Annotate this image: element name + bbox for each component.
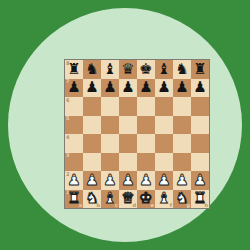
piece-white-pawn[interactable]: ♟ xyxy=(193,172,206,187)
chess-board: 8♜♞♝♛♚♝♞♜7♟♟♟♟♟♟♟♟65432♟♟♟♟♟♟♟♟1a♜b♞c♝d♛… xyxy=(64,59,210,209)
square-b2[interactable]: ♟ xyxy=(83,171,101,190)
square-g5[interactable] xyxy=(173,116,191,135)
square-d2[interactable]: ♟ xyxy=(119,171,137,190)
square-f2[interactable]: ♟ xyxy=(155,171,173,190)
piece-black-pawn[interactable]: ♟ xyxy=(175,80,188,95)
piece-white-knight[interactable]: ♞ xyxy=(175,191,188,206)
piece-black-knight[interactable]: ♞ xyxy=(85,61,98,76)
square-c6[interactable] xyxy=(101,97,119,116)
piece-black-bishop[interactable]: ♝ xyxy=(103,61,116,76)
square-g1[interactable]: g♞ xyxy=(173,190,191,209)
square-f5[interactable] xyxy=(155,116,173,135)
piece-white-rook[interactable]: ♜ xyxy=(67,191,80,206)
piece-white-bishop[interactable]: ♝ xyxy=(157,191,170,206)
piece-white-pawn[interactable]: ♟ xyxy=(121,172,134,187)
piece-black-pawn[interactable]: ♟ xyxy=(85,80,98,95)
piece-black-bishop[interactable]: ♝ xyxy=(157,61,170,76)
square-h1[interactable]: h♜ xyxy=(191,190,209,209)
square-e3[interactable] xyxy=(137,153,155,172)
piece-black-pawn[interactable]: ♟ xyxy=(157,80,170,95)
background-circle: 8♜♞♝♛♚♝♞♜7♟♟♟♟♟♟♟♟65432♟♟♟♟♟♟♟♟1a♜b♞c♝d♛… xyxy=(8,8,242,242)
square-a7[interactable]: 7♟ xyxy=(65,79,83,98)
square-h7[interactable]: ♟ xyxy=(191,79,209,98)
piece-white-queen[interactable]: ♛ xyxy=(121,191,134,206)
square-d8[interactable]: ♛ xyxy=(119,60,137,79)
square-e1[interactable]: e♚ xyxy=(137,190,155,209)
square-h8[interactable]: ♜ xyxy=(191,60,209,79)
piece-black-queen[interactable]: ♛ xyxy=(121,61,134,76)
square-h4[interactable] xyxy=(191,134,209,153)
square-a1[interactable]: 1a♜ xyxy=(65,190,83,209)
piece-black-rook[interactable]: ♜ xyxy=(67,61,80,76)
square-g2[interactable]: ♟ xyxy=(173,171,191,190)
square-d3[interactable] xyxy=(119,153,137,172)
square-h3[interactable] xyxy=(191,153,209,172)
square-a8[interactable]: 8♜ xyxy=(65,60,83,79)
square-h2[interactable]: ♟ xyxy=(191,171,209,190)
square-e4[interactable] xyxy=(137,134,155,153)
rank-label-4: 4 xyxy=(66,135,69,140)
square-c4[interactable] xyxy=(101,134,119,153)
square-a2[interactable]: 2♟ xyxy=(65,171,83,190)
square-c8[interactable]: ♝ xyxy=(101,60,119,79)
piece-white-pawn[interactable]: ♟ xyxy=(103,172,116,187)
square-d4[interactable] xyxy=(119,134,137,153)
square-c7[interactable]: ♟ xyxy=(101,79,119,98)
square-g4[interactable] xyxy=(173,134,191,153)
piece-white-knight[interactable]: ♞ xyxy=(85,191,98,206)
square-d7[interactable]: ♟ xyxy=(119,79,137,98)
square-e7[interactable]: ♟ xyxy=(137,79,155,98)
square-f7[interactable]: ♟ xyxy=(155,79,173,98)
square-c3[interactable] xyxy=(101,153,119,172)
piece-black-pawn[interactable]: ♟ xyxy=(193,80,206,95)
piece-black-knight[interactable]: ♞ xyxy=(175,61,188,76)
square-c1[interactable]: c♝ xyxy=(101,190,119,209)
square-f8[interactable]: ♝ xyxy=(155,60,173,79)
piece-white-pawn[interactable]: ♟ xyxy=(85,172,98,187)
square-d1[interactable]: d♛ xyxy=(119,190,137,209)
square-b6[interactable] xyxy=(83,97,101,116)
piece-black-rook[interactable]: ♜ xyxy=(193,61,206,76)
square-g7[interactable]: ♟ xyxy=(173,79,191,98)
piece-black-pawn[interactable]: ♟ xyxy=(103,80,116,95)
square-g8[interactable]: ♞ xyxy=(173,60,191,79)
square-b4[interactable] xyxy=(83,134,101,153)
square-b7[interactable]: ♟ xyxy=(83,79,101,98)
square-e5[interactable] xyxy=(137,116,155,135)
square-a3[interactable]: 3 xyxy=(65,153,83,172)
page-background: 8♜♞♝♛♚♝♞♜7♟♟♟♟♟♟♟♟65432♟♟♟♟♟♟♟♟1a♜b♞c♝d♛… xyxy=(0,0,250,250)
square-c5[interactable] xyxy=(101,116,119,135)
piece-black-pawn[interactable]: ♟ xyxy=(139,80,152,95)
piece-black-king[interactable]: ♚ xyxy=(139,61,152,76)
rank-label-3: 3 xyxy=(66,153,69,158)
square-g3[interactable] xyxy=(173,153,191,172)
square-a5[interactable]: 5 xyxy=(65,116,83,135)
piece-white-pawn[interactable]: ♟ xyxy=(175,172,188,187)
square-e2[interactable]: ♟ xyxy=(137,171,155,190)
piece-white-king[interactable]: ♚ xyxy=(139,191,152,206)
square-f4[interactable] xyxy=(155,134,173,153)
piece-white-pawn[interactable]: ♟ xyxy=(139,172,152,187)
piece-white-rook[interactable]: ♜ xyxy=(193,191,206,206)
square-g6[interactable] xyxy=(173,97,191,116)
square-b3[interactable] xyxy=(83,153,101,172)
square-a6[interactable]: 6 xyxy=(65,97,83,116)
piece-white-bishop[interactable]: ♝ xyxy=(103,191,116,206)
square-b5[interactable] xyxy=(83,116,101,135)
square-f6[interactable] xyxy=(155,97,173,116)
square-e6[interactable] xyxy=(137,97,155,116)
piece-black-pawn[interactable]: ♟ xyxy=(67,80,80,95)
square-e8[interactable]: ♚ xyxy=(137,60,155,79)
square-d6[interactable] xyxy=(119,97,137,116)
square-h5[interactable] xyxy=(191,116,209,135)
rank-label-6: 6 xyxy=(66,98,69,103)
piece-white-pawn[interactable]: ♟ xyxy=(67,172,80,187)
square-h6[interactable] xyxy=(191,97,209,116)
rank-label-5: 5 xyxy=(66,116,69,121)
square-b8[interactable]: ♞ xyxy=(83,60,101,79)
piece-white-pawn[interactable]: ♟ xyxy=(157,172,170,187)
square-b1[interactable]: b♞ xyxy=(83,190,101,209)
square-f1[interactable]: f♝ xyxy=(155,190,173,209)
square-f3[interactable] xyxy=(155,153,173,172)
square-d5[interactable] xyxy=(119,116,137,135)
square-a4[interactable]: 4 xyxy=(65,134,83,153)
piece-black-pawn[interactable]: ♟ xyxy=(121,80,134,95)
square-c2[interactable]: ♟ xyxy=(101,171,119,190)
